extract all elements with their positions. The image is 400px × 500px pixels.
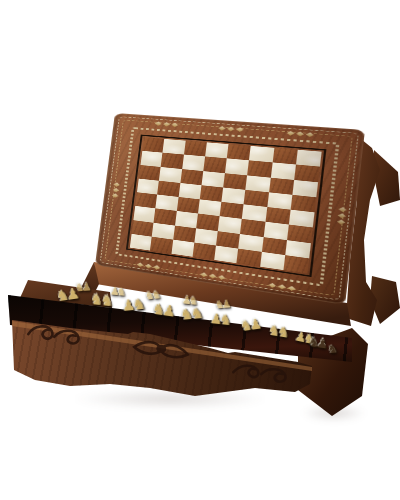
inlay-diamond [296,131,304,136]
inlay-diamond [218,126,225,131]
square-d1 [192,242,216,260]
square-e1 [214,245,238,263]
inlay-diamond [287,286,295,291]
square-b1 [150,237,173,254]
square-f1 [237,248,262,266]
inlay-diamond [200,272,207,277]
inlay-diamond [145,263,152,267]
inlay-diamond [163,122,170,126]
square-c1 [171,239,194,256]
inlay-diamond [218,275,225,280]
inlay-diamond [112,188,118,192]
inlay-diamond [153,265,160,269]
inlay-diamond [306,132,314,137]
inlay-diamond [112,193,118,197]
square-g1 [260,252,285,270]
inlay-diamond [227,126,234,131]
inlay-diamond [268,283,276,288]
chess-box-product-photo: ♞♟♟♞♞♞♟♞♞♟♞♟♞♞♟♞♞♟♞♞♟♞♞♟♞♞♟♞♞♟♞ [0,0,400,500]
inlay-diamond [113,182,119,186]
inlay-diamond [136,262,142,266]
inlay-diamond [236,127,243,132]
inlay-diamond [337,213,345,218]
inlay-diamond [155,121,161,125]
inlay-diamond [278,284,286,289]
square-a1 [130,234,152,251]
inlay-diamond [337,219,345,224]
inlay-diamond [209,273,216,278]
inlay-diamond [286,131,294,136]
inlay-diamond [171,122,178,126]
inlay-diamond [338,207,346,212]
